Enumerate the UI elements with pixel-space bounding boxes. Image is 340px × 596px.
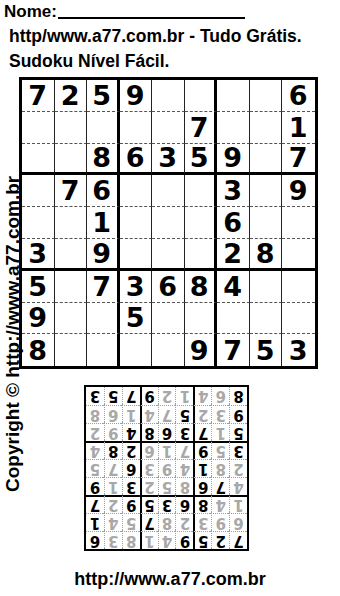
cell-r4c5 <box>152 175 185 207</box>
cell-r8c6 <box>185 303 218 335</box>
cell-r3c6: 5 <box>185 144 218 176</box>
cell-r3c2 <box>55 144 88 176</box>
cell-r2c8: 4 <box>104 513 122 531</box>
cell-r8c9 <box>282 303 315 335</box>
cell-r5c9 <box>282 207 315 239</box>
cell-r9c8: 5 <box>250 334 283 366</box>
cell-r7c3: 7 <box>87 271 120 303</box>
cell-r8c7 <box>217 303 250 335</box>
cell-r2c6: 7 <box>140 513 158 531</box>
cell-r9c1: 8 <box>229 387 247 405</box>
cell-r5c9: 5 <box>86 459 104 477</box>
cell-r4c2: 7 <box>211 477 229 495</box>
cell-r2c3: 3 <box>193 513 211 531</box>
cell-r6c3: 9 <box>87 239 120 271</box>
cell-r7c4: 3 <box>175 423 193 441</box>
cell-r6c6 <box>185 239 218 271</box>
cell-r2c4: 2 <box>175 513 193 531</box>
cell-r8c4: 5 <box>175 405 193 423</box>
cell-r6c9: 4 <box>86 441 104 459</box>
cell-r8c9: 8 <box>86 405 104 423</box>
cell-r1c9: 6 <box>86 531 104 549</box>
cell-r4c1 <box>22 175 55 207</box>
cell-r6c1: 3 <box>229 441 247 459</box>
cell-r1c9: 6 <box>282 80 315 112</box>
cell-r3c1: 1 <box>229 495 247 513</box>
cell-r8c3 <box>87 303 120 335</box>
name-label: Nome: <box>4 2 57 21</box>
cell-r5c4 <box>120 207 153 239</box>
cell-r7c3: 7 <box>193 423 211 441</box>
puzzle-level-title: Sudoku Nível Fácil. <box>9 51 169 72</box>
cell-r2c9: 1 <box>282 112 315 144</box>
cell-r1c5 <box>152 80 185 112</box>
cell-r9c9: 3 <box>86 387 104 405</box>
cell-r3c7: 9 <box>217 144 250 176</box>
printable-sudoku-page: Nome: http/www.a77.com.br - Tudo Grátis.… <box>0 0 340 596</box>
cell-r7c1: 5 <box>22 271 55 303</box>
cell-r4c9: 9 <box>86 477 104 495</box>
cell-r8c8: 6 <box>104 405 122 423</box>
cell-r2c3 <box>87 112 120 144</box>
cell-r2c2 <box>55 112 88 144</box>
cell-r1c7: 8 <box>122 531 140 549</box>
cell-r7c2 <box>55 271 88 303</box>
cell-r3c1 <box>22 144 55 176</box>
cell-r6c8: 8 <box>104 441 122 459</box>
cell-r2c4 <box>120 112 153 144</box>
footer-url: http://www.a77.com.br <box>0 569 340 590</box>
cell-r2c8 <box>250 112 283 144</box>
cell-r5c6: 3 <box>140 459 158 477</box>
cell-r9c2: 6 <box>211 387 229 405</box>
cell-r3c3: 8 <box>193 495 211 513</box>
cell-r1c2: 2 <box>211 531 229 549</box>
cell-r9c4 <box>120 334 153 366</box>
cell-r5c7: 6 <box>217 207 250 239</box>
cell-r9c5: 2 <box>158 387 176 405</box>
name-row: Nome: <box>4 2 245 22</box>
cell-r6c2 <box>55 239 88 271</box>
cell-r8c3: 2 <box>193 405 211 423</box>
cell-r1c3: 5 <box>193 531 211 549</box>
cell-r9c8: 5 <box>104 387 122 405</box>
puzzle-grid: 725967186359776391639285736849589753 <box>19 77 318 369</box>
cell-r8c2 <box>55 303 88 335</box>
cell-r4c2: 7 <box>55 175 88 207</box>
cell-r4c4: 8 <box>175 477 193 495</box>
cell-r2c6: 7 <box>185 112 218 144</box>
cell-r3c5: 3 <box>158 495 176 513</box>
cell-r4c8: 1 <box>104 477 122 495</box>
cell-r7c1: 5 <box>229 423 247 441</box>
cell-r3c9: 7 <box>86 495 104 513</box>
cell-r9c9: 3 <box>282 334 315 366</box>
cell-r5c3: 1 <box>193 459 211 477</box>
cell-r7c5: 6 <box>152 271 185 303</box>
cell-r4c7: 3 <box>217 175 250 207</box>
cell-r5c7: 6 <box>122 459 140 477</box>
cell-r1c8 <box>250 80 283 112</box>
cell-r7c2: 1 <box>211 423 229 441</box>
solution-grid: 7259418366932875411486359274768523192814… <box>84 385 249 551</box>
cell-r1c8: 3 <box>104 531 122 549</box>
cell-r6c3: 9 <box>193 441 211 459</box>
cell-r2c7 <box>217 112 250 144</box>
cell-r2c1: 6 <box>229 513 247 531</box>
cell-r8c1: 9 <box>229 405 247 423</box>
cell-r3c7: 9 <box>122 495 140 513</box>
cell-r6c9 <box>282 239 315 271</box>
cell-r6c7: 2 <box>122 441 140 459</box>
cell-r9c7: 7 <box>217 334 250 366</box>
cell-r3c8: 2 <box>104 495 122 513</box>
cell-r8c5 <box>152 303 185 335</box>
cell-r2c7: 5 <box>122 513 140 531</box>
cell-r9c4: 1 <box>175 387 193 405</box>
cell-r5c1 <box>22 207 55 239</box>
cell-r2c2: 9 <box>211 513 229 531</box>
cell-r6c5: 1 <box>158 441 176 459</box>
cell-r1c4: 9 <box>120 80 153 112</box>
cell-r6c6: 6 <box>140 441 158 459</box>
cell-r4c3: 6 <box>193 477 211 495</box>
copyright-vertical-text: Copyright © http://www.a77.com.br <box>2 92 24 492</box>
cell-r5c8 <box>250 207 283 239</box>
cell-r4c5: 5 <box>158 477 176 495</box>
cell-r7c7: 4 <box>217 271 250 303</box>
cell-r4c1: 4 <box>229 477 247 495</box>
cell-r1c5: 4 <box>158 531 176 549</box>
cell-r3c6: 5 <box>140 495 158 513</box>
cell-r4c4 <box>120 175 153 207</box>
cell-r8c7: 1 <box>122 405 140 423</box>
cell-r4c9: 9 <box>282 175 315 207</box>
cell-r8c8 <box>250 303 283 335</box>
cell-r4c7: 3 <box>122 477 140 495</box>
cell-r3c5: 3 <box>152 144 185 176</box>
cell-r1c4: 9 <box>175 531 193 549</box>
cell-r2c5 <box>152 112 185 144</box>
cell-r5c8: 7 <box>104 459 122 477</box>
cell-r9c6: 9 <box>185 334 218 366</box>
cell-r1c1: 7 <box>229 531 247 549</box>
cell-r1c6 <box>185 80 218 112</box>
cell-r9c2 <box>55 334 88 366</box>
cell-r6c2: 5 <box>211 441 229 459</box>
cell-r4c8 <box>250 175 283 207</box>
name-underline <box>58 17 245 19</box>
cell-r9c7: 7 <box>122 387 140 405</box>
cell-r5c1: 2 <box>229 459 247 477</box>
cell-r7c9: 2 <box>86 423 104 441</box>
cell-r7c8 <box>250 271 283 303</box>
cell-r4c3: 6 <box>87 175 120 207</box>
cell-r5c3: 1 <box>87 207 120 239</box>
cell-r5c2: 8 <box>211 459 229 477</box>
cell-r8c6: 4 <box>140 405 158 423</box>
cell-r1c7 <box>217 80 250 112</box>
cell-r7c6: 8 <box>185 271 218 303</box>
cell-r8c2: 3 <box>211 405 229 423</box>
cell-r5c4: 4 <box>175 459 193 477</box>
cell-r5c5 <box>152 207 185 239</box>
cell-r1c2: 2 <box>55 80 88 112</box>
cell-r9c6: 9 <box>140 387 158 405</box>
cell-r4c6: 2 <box>140 477 158 495</box>
cell-r3c9: 7 <box>282 144 315 176</box>
cell-r5c6 <box>185 207 218 239</box>
cell-r5c5: 9 <box>158 459 176 477</box>
cell-r6c4 <box>120 239 153 271</box>
cell-r3c2: 4 <box>211 495 229 513</box>
cell-r7c4: 3 <box>120 271 153 303</box>
cell-r3c8 <box>250 144 283 176</box>
cell-r3c4: 6 <box>120 144 153 176</box>
cell-r3c3: 8 <box>87 144 120 176</box>
cell-r9c3: 4 <box>193 387 211 405</box>
cell-r6c1: 3 <box>22 239 55 271</box>
cell-r5c2 <box>55 207 88 239</box>
cell-r6c5 <box>152 239 185 271</box>
cell-r9c3 <box>87 334 120 366</box>
cell-r6c7: 2 <box>217 239 250 271</box>
cell-r1c6: 1 <box>140 531 158 549</box>
cell-r9c1: 8 <box>22 334 55 366</box>
cell-r7c8: 9 <box>104 423 122 441</box>
cell-r7c7: 4 <box>122 423 140 441</box>
cell-r3c4: 6 <box>175 495 193 513</box>
cell-r6c4: 7 <box>175 441 193 459</box>
cell-r2c9: 1 <box>86 513 104 531</box>
cell-r1c3: 5 <box>87 80 120 112</box>
cell-r1c1: 7 <box>22 80 55 112</box>
cell-r6c8: 8 <box>250 239 283 271</box>
cell-r4c6 <box>185 175 218 207</box>
site-tagline: http/www.a77.com.br - Tudo Grátis. <box>9 26 302 47</box>
cell-r7c9 <box>282 271 315 303</box>
cell-r9c5 <box>152 334 185 366</box>
cell-r2c1 <box>22 112 55 144</box>
cell-r7c6: 8 <box>140 423 158 441</box>
cell-r8c1: 9 <box>22 303 55 335</box>
cell-r8c5: 7 <box>158 405 176 423</box>
cell-r7c5: 6 <box>158 423 176 441</box>
cell-r2c5: 8 <box>158 513 176 531</box>
cell-r8c4: 5 <box>120 303 153 335</box>
